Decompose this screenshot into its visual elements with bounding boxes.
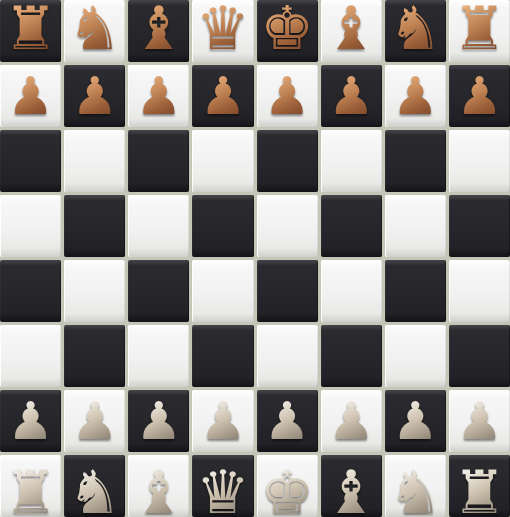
square-e6[interactable] [257,130,318,192]
square-e1[interactable]: ♚ [257,455,318,517]
square-g1[interactable]: ♞ [385,455,446,517]
piece-black-king[interactable]: ♚ [260,0,314,58]
piece-white-pawn[interactable]: ♟ [328,395,375,447]
square-b8[interactable]: ♞ [64,0,125,62]
square-d7[interactable]: ♟ [192,65,253,127]
square-d6[interactable] [192,130,253,192]
square-f4[interactable] [321,260,382,322]
square-a6[interactable] [0,130,61,192]
piece-white-pawn[interactable]: ♟ [136,395,183,447]
chess-board: ♜♞♝♛♚♝♞♜♟♟♟♟♟♟♟♟♟♟♟♟♟♟♟♟♜♞♝♛♚♝♞♜ [0,0,510,517]
piece-black-bishop[interactable]: ♝ [324,0,378,58]
piece-black-pawn[interactable]: ♟ [136,70,183,122]
square-f1[interactable]: ♝ [321,455,382,517]
square-e7[interactable]: ♟ [257,65,318,127]
piece-black-rook[interactable]: ♜ [4,0,58,58]
piece-white-knight[interactable]: ♞ [68,462,122,517]
piece-white-rook[interactable]: ♜ [453,462,507,517]
square-d3[interactable] [192,325,253,387]
piece-white-knight[interactable]: ♞ [388,462,442,517]
square-e4[interactable] [257,260,318,322]
square-d4[interactable] [192,260,253,322]
square-e8[interactable]: ♚ [257,0,318,62]
piece-black-pawn[interactable]: ♟ [328,70,375,122]
square-h1[interactable]: ♜ [449,455,510,517]
square-e2[interactable]: ♟ [257,390,318,452]
piece-black-queen[interactable]: ♛ [196,0,250,58]
piece-white-queen[interactable]: ♛ [196,462,250,517]
square-f5[interactable] [321,195,382,257]
square-h4[interactable] [449,260,510,322]
square-h5[interactable] [449,195,510,257]
piece-black-knight[interactable]: ♞ [388,0,442,58]
square-a7[interactable]: ♟ [0,65,61,127]
square-b5[interactable] [64,195,125,257]
square-h3[interactable] [449,325,510,387]
piece-black-pawn[interactable]: ♟ [392,70,439,122]
square-e3[interactable] [257,325,318,387]
square-h2[interactable]: ♟ [449,390,510,452]
piece-black-pawn[interactable]: ♟ [7,70,54,122]
piece-black-rook[interactable]: ♜ [453,0,507,58]
square-h8[interactable]: ♜ [449,0,510,62]
piece-white-bishop[interactable]: ♝ [132,462,186,517]
square-f8[interactable]: ♝ [321,0,382,62]
piece-black-pawn[interactable]: ♟ [456,70,503,122]
square-d2[interactable]: ♟ [192,390,253,452]
piece-white-pawn[interactable]: ♟ [71,395,118,447]
piece-black-pawn[interactable]: ♟ [200,70,247,122]
square-g7[interactable]: ♟ [385,65,446,127]
square-c2[interactable]: ♟ [128,390,189,452]
square-a1[interactable]: ♜ [0,455,61,517]
square-a3[interactable] [0,325,61,387]
piece-black-knight[interactable]: ♞ [68,0,122,58]
square-d8[interactable]: ♛ [192,0,253,62]
piece-black-pawn[interactable]: ♟ [71,70,118,122]
piece-white-pawn[interactable]: ♟ [200,395,247,447]
piece-white-king[interactable]: ♚ [260,462,314,517]
square-b1[interactable]: ♞ [64,455,125,517]
square-c1[interactable]: ♝ [128,455,189,517]
piece-white-pawn[interactable]: ♟ [456,395,503,447]
square-c8[interactable]: ♝ [128,0,189,62]
square-f6[interactable] [321,130,382,192]
square-b6[interactable] [64,130,125,192]
piece-black-pawn[interactable]: ♟ [264,70,311,122]
square-a4[interactable] [0,260,61,322]
square-e5[interactable] [257,195,318,257]
square-b2[interactable]: ♟ [64,390,125,452]
square-a2[interactable]: ♟ [0,390,61,452]
square-g5[interactable] [385,195,446,257]
square-g8[interactable]: ♞ [385,0,446,62]
square-g6[interactable] [385,130,446,192]
square-c7[interactable]: ♟ [128,65,189,127]
square-d5[interactable] [192,195,253,257]
piece-white-rook[interactable]: ♜ [4,462,58,517]
square-d1[interactable]: ♛ [192,455,253,517]
square-b4[interactable] [64,260,125,322]
piece-white-pawn[interactable]: ♟ [392,395,439,447]
square-f7[interactable]: ♟ [321,65,382,127]
square-g3[interactable] [385,325,446,387]
piece-black-bishop[interactable]: ♝ [132,0,186,58]
piece-white-pawn[interactable]: ♟ [7,395,54,447]
square-a8[interactable]: ♜ [0,0,61,62]
square-c4[interactable] [128,260,189,322]
piece-white-pawn[interactable]: ♟ [264,395,311,447]
piece-white-bishop[interactable]: ♝ [324,462,378,517]
square-c6[interactable] [128,130,189,192]
square-c5[interactable] [128,195,189,257]
square-b3[interactable] [64,325,125,387]
square-f3[interactable] [321,325,382,387]
square-g4[interactable] [385,260,446,322]
square-h6[interactable] [449,130,510,192]
square-c3[interactable] [128,325,189,387]
square-b7[interactable]: ♟ [64,65,125,127]
square-f2[interactable]: ♟ [321,390,382,452]
square-h7[interactable]: ♟ [449,65,510,127]
square-g2[interactable]: ♟ [385,390,446,452]
square-a5[interactable] [0,195,61,257]
